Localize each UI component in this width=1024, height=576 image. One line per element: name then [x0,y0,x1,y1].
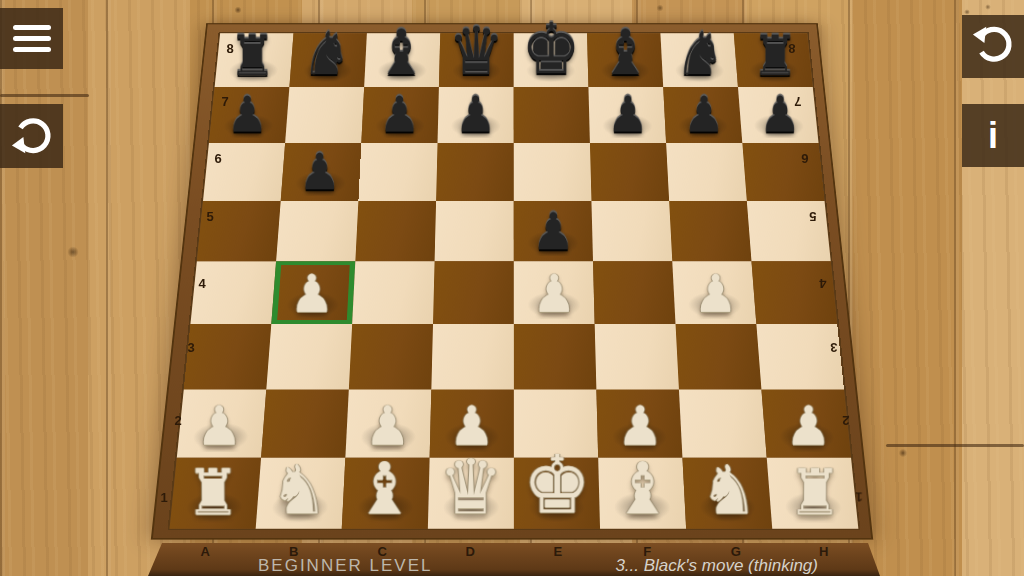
square-d1[interactable]: ♛ [428,458,514,529]
square-h5[interactable] [747,201,831,261]
piece-white-knight[interactable]: ♞ [256,433,342,530]
piece-white-rook[interactable]: ♜ [170,433,257,530]
rank-label-right-4: 4 [819,276,826,291]
square-a4[interactable] [190,261,276,324]
rank-label-left-5: 5 [206,209,213,224]
piece-white-bishop[interactable]: ♝ [342,433,428,530]
piece-white-rook[interactable]: ♜ [772,433,859,530]
file-label-d: D [465,544,474,559]
square-b6[interactable]: ♟ [281,143,362,201]
square-g6[interactable] [666,143,747,201]
square-a1[interactable]: ♜ [170,458,262,529]
piece-white-pawn[interactable]: ♟ [675,234,756,326]
rank-label-left-1: 1 [160,490,167,505]
undo-button[interactable] [962,15,1024,78]
piece-white-king[interactable]: ♚ [514,433,600,530]
rank-label-right-5: 5 [809,209,816,224]
square-g4[interactable]: ♟ [672,261,756,324]
rank-label-left-6: 6 [214,151,221,166]
piece-black-pawn[interactable]: ♟ [281,115,359,203]
piece-white-pawn[interactable]: ♟ [514,234,595,326]
square-f6[interactable] [590,143,669,201]
square-e1[interactable]: ♚ [514,458,600,529]
piece-black-pawn[interactable]: ♟ [590,58,666,145]
square-h1[interactable]: ♜ [767,458,859,529]
square-d6[interactable] [436,143,514,201]
piece-black-pawn[interactable]: ♟ [742,58,819,145]
square-b1[interactable]: ♞ [256,458,346,529]
square-b8[interactable]: ♞ [289,33,366,87]
square-c7[interactable]: ♟ [361,87,439,143]
rank-label-left-7: 7 [221,94,228,109]
square-h7[interactable]: ♟ [738,87,819,143]
square-b3[interactable] [266,324,352,389]
chess-board: ♜♞♝♛♚♝♞♜♟♟♟♟♟♟♟♟♟♟♟♟♟♟♟♟♜♞♝♛♚♝♞♜ [151,23,873,539]
rank-label-right-3: 3 [830,340,837,355]
rank-label-left-4: 4 [198,276,205,291]
square-c4[interactable] [352,261,434,324]
info-button[interactable]: i [962,104,1024,167]
level-label: BEGINNER LEVEL [258,556,432,576]
square-c1[interactable]: ♝ [342,458,430,529]
square-e4[interactable]: ♟ [514,261,595,324]
square-b4[interactable]: ♟ [271,261,355,324]
info-icon: i [988,118,998,154]
move-status-label: 3... Black's move (thinking) [615,556,818,576]
piece-black-pawn[interactable]: ♟ [666,58,742,145]
square-f5[interactable] [591,201,672,261]
square-f7[interactable]: ♟ [588,87,666,143]
piece-black-king[interactable]: ♚ [514,4,589,89]
rank-label-left-2: 2 [174,413,181,428]
square-f1[interactable]: ♝ [598,458,686,529]
piece-white-pawn[interactable]: ♟ [271,234,352,326]
rank-label-right-8: 8 [788,41,795,56]
piece-black-knight[interactable]: ♞ [289,4,364,89]
rank-label-right-2: 2 [842,413,849,428]
square-d5[interactable] [435,201,514,261]
rank-label-right-6: 6 [801,151,808,166]
square-c6[interactable] [358,143,437,201]
rank-label-left-3: 3 [187,340,194,355]
rank-label-right-7: 7 [794,94,801,109]
file-label-h: H [819,544,828,559]
square-h6[interactable] [742,143,824,201]
square-g1[interactable]: ♞ [682,458,772,529]
square-c5[interactable] [355,201,436,261]
board-scene: ♜♞♝♛♚♝♞♜♟♟♟♟♟♟♟♟♟♟♟♟♟♟♟♟♜♞♝♛♚♝♞♜ [0,0,1024,576]
file-label-a: A [200,544,209,559]
square-d7[interactable]: ♟ [438,87,514,143]
square-g3[interactable] [676,324,762,389]
square-e3[interactable] [514,324,597,389]
rank-label-left-8: 8 [226,41,233,56]
square-e7[interactable] [514,87,590,143]
menu-button[interactable] [0,8,63,69]
file-label-e: E [554,544,563,559]
piece-white-queen[interactable]: ♛ [428,433,514,530]
square-d4[interactable] [433,261,514,324]
board-squares: ♜♞♝♛♚♝♞♜♟♟♟♟♟♟♟♟♟♟♟♟♟♟♟♟♜♞♝♛♚♝♞♜ [167,32,860,530]
rotate-ccw-icon [9,112,55,161]
square-f4[interactable] [593,261,675,324]
piece-white-bishop[interactable]: ♝ [600,433,686,530]
chess-app-screen: ♜♞♝♛♚♝♞♜♟♟♟♟♟♟♟♟♟♟♟♟♟♟♟♟♜♞♝♛♚♝♞♜ ABCDEFG… [0,0,1024,576]
rank-label-right-1: 1 [855,490,862,505]
board-front-rim: ABCDEFGH BEGINNER LEVEL 3... Black's mov… [148,543,880,576]
piece-black-pawn[interactable]: ♟ [361,58,437,145]
square-h4[interactable] [752,261,838,324]
piece-black-pawn[interactable]: ♟ [438,58,514,145]
piece-white-knight[interactable]: ♞ [686,433,772,530]
square-g7[interactable]: ♟ [663,87,742,143]
square-e8[interactable]: ♚ [514,33,589,87]
undo-arrow-icon [970,22,1016,71]
rotate-button[interactable] [0,104,63,168]
hamburger-icon [13,25,51,52]
